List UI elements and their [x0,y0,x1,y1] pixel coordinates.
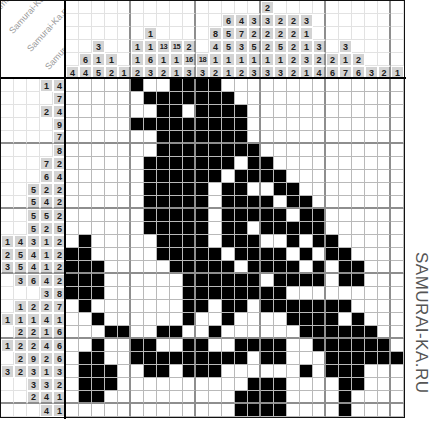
grid-cell-r8c20[interactable] [313,170,326,183]
grid-cell-r5c1[interactable] [66,131,79,144]
grid-cell-r3c13[interactable] [222,105,235,118]
grid-cell-r4c3[interactable] [92,118,105,131]
grid-cell-r2c7[interactable] [144,92,157,105]
grid-cell-r16c24[interactable] [365,274,378,287]
grid-cell-r2c10[interactable] [183,92,196,105]
grid-cell-r24c5[interactable] [118,378,131,391]
grid-cell-r21c25[interactable] [378,339,391,352]
grid-cell-r2c22[interactable] [339,92,352,105]
grid-cell-r11c5[interactable] [118,209,131,222]
grid-cell-r9c4[interactable] [105,183,118,196]
grid-cell-r23c5[interactable] [118,365,131,378]
grid-cell-r1c20[interactable] [313,79,326,92]
grid-cell-r10c13[interactable] [222,196,235,209]
grid-cell-r21c12[interactable] [209,339,222,352]
grid-cell-r5c17[interactable] [274,131,287,144]
grid-cell-r6c4[interactable] [105,144,118,157]
grid-cell-r3c18[interactable] [287,105,300,118]
grid-cell-r19c21[interactable] [326,313,339,326]
grid-cell-r16c19[interactable] [300,274,313,287]
grid-cell-r26c17[interactable] [274,404,287,417]
grid-cell-r23c8[interactable] [157,365,170,378]
grid-cell-r26c19[interactable] [300,404,313,417]
grid-cell-r18c9[interactable] [170,300,183,313]
grid-cell-r3c10[interactable] [183,105,196,118]
grid-cell-r14c8[interactable] [157,248,170,261]
grid-cell-r8c5[interactable] [118,170,131,183]
grid-cell-r5c26[interactable] [391,131,404,144]
grid-cell-r18c23[interactable] [352,300,365,313]
grid-cell-r25c22[interactable] [339,391,352,404]
grid-cell-r7c23[interactable] [352,157,365,170]
grid-cell-r21c2[interactable] [79,339,92,352]
grid-cell-r14c23[interactable] [352,248,365,261]
grid-cell-r12c3[interactable] [92,222,105,235]
grid-cell-r2c14[interactable] [235,92,248,105]
grid-cell-r15c7[interactable] [144,261,157,274]
grid-cell-r25c15[interactable] [248,391,261,404]
grid-cell-r22c21[interactable] [326,352,339,365]
grid-cell-r23c24[interactable] [365,365,378,378]
grid-cell-r25c21[interactable] [326,391,339,404]
grid-cell-r10c25[interactable] [378,196,391,209]
grid-cell-r17c12[interactable] [209,287,222,300]
grid-cell-r23c20[interactable] [313,365,326,378]
grid-cell-r8c24[interactable] [365,170,378,183]
grid-cell-r25c16[interactable] [261,391,274,404]
grid-cell-r25c5[interactable] [118,391,131,404]
grid-cell-r4c9[interactable] [170,118,183,131]
grid-cell-r23c14[interactable] [235,365,248,378]
grid-cell-r3c25[interactable] [378,105,391,118]
grid-cell-r13c8[interactable] [157,235,170,248]
grid-cell-r10c23[interactable] [352,196,365,209]
grid-cell-r22c7[interactable] [144,352,157,365]
grid-cell-r22c19[interactable] [300,352,313,365]
grid-cell-r3c20[interactable] [313,105,326,118]
grid-cell-r21c22[interactable] [339,339,352,352]
grid-cell-r20c11[interactable] [196,326,209,339]
grid-cell-r18c21[interactable] [326,300,339,313]
grid-cell-r11c12[interactable] [209,209,222,222]
grid-cell-r17c4[interactable] [105,287,118,300]
grid-cell-r17c25[interactable] [378,287,391,300]
grid-cell-r15c15[interactable] [248,261,261,274]
grid-cell-r17c24[interactable] [365,287,378,300]
grid-cell-r17c7[interactable] [144,287,157,300]
grid-cell-r3c3[interactable] [92,105,105,118]
grid-cell-r1c26[interactable] [391,79,404,92]
grid-cell-r4c26[interactable] [391,118,404,131]
grid-cell-r26c18[interactable] [287,404,300,417]
grid-cell-r14c7[interactable] [144,248,157,261]
grid-cell-r1c9[interactable] [170,79,183,92]
grid-cell-r15c13[interactable] [222,261,235,274]
grid-cell-r8c8[interactable] [157,170,170,183]
grid-cell-r11c4[interactable] [105,209,118,222]
grid-cell-r9c21[interactable] [326,183,339,196]
grid-cell-r26c20[interactable] [313,404,326,417]
grid-cell-r4c2[interactable] [79,118,92,131]
grid-cell-r18c26[interactable] [391,300,404,313]
grid-cell-r13c25[interactable] [378,235,391,248]
grid-cell-r6c24[interactable] [365,144,378,157]
grid-cell-r5c21[interactable] [326,131,339,144]
grid-cell-r19c7[interactable] [144,313,157,326]
grid-cell-r14c19[interactable] [300,248,313,261]
grid-cell-r16c11[interactable] [196,274,209,287]
grid-cell-r24c1[interactable] [66,378,79,391]
grid-cell-r17c11[interactable] [196,287,209,300]
grid-cell-r3c7[interactable] [144,105,157,118]
grid-cell-r9c22[interactable] [339,183,352,196]
grid-cell-r25c12[interactable] [209,391,222,404]
grid-cell-r5c24[interactable] [365,131,378,144]
grid-cell-r16c22[interactable] [339,274,352,287]
grid-cell-r10c7[interactable] [144,196,157,209]
grid-cell-r3c21[interactable] [326,105,339,118]
grid-cell-r10c14[interactable] [235,196,248,209]
grid-cell-r12c6[interactable] [131,222,144,235]
grid-cell-r16c14[interactable] [235,274,248,287]
grid-cell-r9c18[interactable] [287,183,300,196]
grid-cell-r21c5[interactable] [118,339,131,352]
grid-cell-r12c25[interactable] [378,222,391,235]
grid-cell-r3c23[interactable] [352,105,365,118]
grid-cell-r24c19[interactable] [300,378,313,391]
grid-cell-r22c16[interactable] [261,352,274,365]
grid-cell-r13c17[interactable] [274,235,287,248]
grid-cell-r6c10[interactable] [183,144,196,157]
grid-cell-r17c16[interactable] [261,287,274,300]
grid-cell-r18c4[interactable] [105,300,118,313]
grid-cell-r22c15[interactable] [248,352,261,365]
grid-cell-r12c1[interactable] [66,222,79,235]
grid-cell-r16c13[interactable] [222,274,235,287]
grid-cell-r21c23[interactable] [352,339,365,352]
grid-cell-r16c18[interactable] [287,274,300,287]
grid-cell-r10c11[interactable] [196,196,209,209]
grid-cell-r16c25[interactable] [378,274,391,287]
grid-cell-r13c10[interactable] [183,235,196,248]
grid-cell-r20c7[interactable] [144,326,157,339]
grid-cell-r5c8[interactable] [157,131,170,144]
grid-cell-r10c6[interactable] [131,196,144,209]
grid-cell-r15c24[interactable] [365,261,378,274]
grid-cell-r9c1[interactable] [66,183,79,196]
grid-cell-r14c12[interactable] [209,248,222,261]
grid-cell-r3c16[interactable] [261,105,274,118]
grid-cell-r21c24[interactable] [365,339,378,352]
grid-cell-r11c14[interactable] [235,209,248,222]
grid-cell-r21c9[interactable] [170,339,183,352]
grid-cell-r20c18[interactable] [287,326,300,339]
grid-cell-r18c24[interactable] [365,300,378,313]
grid-cell-r20c8[interactable] [157,326,170,339]
grid-cell-r3c6[interactable] [131,105,144,118]
grid-cell-r24c4[interactable] [105,378,118,391]
grid-cell-r3c26[interactable] [391,105,404,118]
grid-cell-r12c17[interactable] [274,222,287,235]
grid-cell-r14c21[interactable] [326,248,339,261]
grid-cell-r18c18[interactable] [287,300,300,313]
grid-cell-r20c6[interactable] [131,326,144,339]
grid-cell-r3c2[interactable] [79,105,92,118]
grid-cell-r4c5[interactable] [118,118,131,131]
grid-cell-r26c11[interactable] [196,404,209,417]
grid-cell-r4c25[interactable] [378,118,391,131]
grid-cell-r24c24[interactable] [365,378,378,391]
grid-cell-r19c3[interactable] [92,313,105,326]
grid-cell-r1c1[interactable] [66,79,79,92]
grid-cell-r9c19[interactable] [300,183,313,196]
grid-cell-r12c5[interactable] [118,222,131,235]
grid-cell-r1c2[interactable] [79,79,92,92]
grid-cell-r19c23[interactable] [352,313,365,326]
grid-cell-r3c1[interactable] [66,105,79,118]
grid-cell-r17c8[interactable] [157,287,170,300]
grid-cell-r13c9[interactable] [170,235,183,248]
grid-cell-r21c3[interactable] [92,339,105,352]
grid-cell-r24c18[interactable] [287,378,300,391]
grid-cell-r21c8[interactable] [157,339,170,352]
grid-cell-r26c23[interactable] [352,404,365,417]
grid-cell-r4c1[interactable] [66,118,79,131]
grid-cell-r12c13[interactable] [222,222,235,235]
grid-cell-r26c10[interactable] [183,404,196,417]
grid-cell-r13c2[interactable] [79,235,92,248]
grid-cell-r6c7[interactable] [144,144,157,157]
grid-cell-r2c5[interactable] [118,92,131,105]
grid-cell-r7c14[interactable] [235,157,248,170]
grid-cell-r26c7[interactable] [144,404,157,417]
grid-cell-r18c14[interactable] [235,300,248,313]
grid-cell-r16c20[interactable] [313,274,326,287]
grid-cell-r7c1[interactable] [66,157,79,170]
grid-cell-r13c4[interactable] [105,235,118,248]
grid-cell-r11c9[interactable] [170,209,183,222]
grid-cell-r22c2[interactable] [79,352,92,365]
grid-cell-r8c1[interactable] [66,170,79,183]
grid-cell-r6c2[interactable] [79,144,92,157]
grid-cell-r8c23[interactable] [352,170,365,183]
grid-cell-r22c5[interactable] [118,352,131,365]
grid-cell-r20c21[interactable] [326,326,339,339]
grid-cell-r7c2[interactable] [79,157,92,170]
grid-cell-r11c16[interactable] [261,209,274,222]
grid-cell-r2c4[interactable] [105,92,118,105]
grid-cell-r13c6[interactable] [131,235,144,248]
grid-cell-r13c3[interactable] [92,235,105,248]
grid-cell-r20c16[interactable] [261,326,274,339]
grid-cell-r10c17[interactable] [274,196,287,209]
grid-cell-r21c14[interactable] [235,339,248,352]
grid-cell-r23c3[interactable] [92,365,105,378]
grid-cell-r5c3[interactable] [92,131,105,144]
grid-cell-r25c9[interactable] [170,391,183,404]
grid-cell-r23c17[interactable] [274,365,287,378]
grid-cell-r14c20[interactable] [313,248,326,261]
grid-cell-r10c19[interactable] [300,196,313,209]
grid-cell-r20c22[interactable] [339,326,352,339]
grid-cell-r26c22[interactable] [339,404,352,417]
grid-cell-r8c15[interactable] [248,170,261,183]
grid-cell-r22c11[interactable] [196,352,209,365]
grid-cell-r4c20[interactable] [313,118,326,131]
grid-cell-r8c19[interactable] [300,170,313,183]
grid-cell-r3c4[interactable] [105,105,118,118]
grid-cell-r6c5[interactable] [118,144,131,157]
grid-cell-r13c13[interactable] [222,235,235,248]
grid-cell-r22c20[interactable] [313,352,326,365]
grid-cell-r12c18[interactable] [287,222,300,235]
grid-cell-r6c6[interactable] [131,144,144,157]
grid-cell-r22c9[interactable] [170,352,183,365]
grid-cell-r18c3[interactable] [92,300,105,313]
grid-cell-r18c8[interactable] [157,300,170,313]
grid-cell-r21c6[interactable] [131,339,144,352]
grid-cell-r17c23[interactable] [352,287,365,300]
grid-cell-r3c5[interactable] [118,105,131,118]
grid-cell-r10c20[interactable] [313,196,326,209]
grid-cell-r23c18[interactable] [287,365,300,378]
grid-cell-r23c25[interactable] [378,365,391,378]
grid-cell-r11c7[interactable] [144,209,157,222]
grid-cell-r23c7[interactable] [144,365,157,378]
grid-cell-r9c14[interactable] [235,183,248,196]
grid-cell-r5c16[interactable] [261,131,274,144]
grid-cell-r16c17[interactable] [274,274,287,287]
grid-cell-r15c12[interactable] [209,261,222,274]
grid-cell-r8c26[interactable] [391,170,404,183]
grid-cell-r18c10[interactable] [183,300,196,313]
grid-cell-r19c1[interactable] [66,313,79,326]
grid-cell-r21c16[interactable] [261,339,274,352]
grid-cell-r13c5[interactable] [118,235,131,248]
grid-cell-r23c23[interactable] [352,365,365,378]
grid-cell-r7c20[interactable] [313,157,326,170]
grid-cell-r1c23[interactable] [352,79,365,92]
grid-cell-r5c11[interactable] [196,131,209,144]
grid-cell-r12c9[interactable] [170,222,183,235]
grid-cell-r4c10[interactable] [183,118,196,131]
grid-cell-r7c19[interactable] [300,157,313,170]
grid-cell-r2c17[interactable] [274,92,287,105]
grid-cell-r3c17[interactable] [274,105,287,118]
grid-cell-r15c14[interactable] [235,261,248,274]
grid-cell-r19c18[interactable] [287,313,300,326]
grid-cell-r18c13[interactable] [222,300,235,313]
grid-cell-r21c19[interactable] [300,339,313,352]
grid-cell-r23c9[interactable] [170,365,183,378]
grid-cell-r16c6[interactable] [131,274,144,287]
grid-cell-r22c10[interactable] [183,352,196,365]
grid-cell-r9c7[interactable] [144,183,157,196]
puzzle-grid[interactable] [66,79,404,417]
grid-cell-r9c23[interactable] [352,183,365,196]
grid-cell-r24c26[interactable] [391,378,404,391]
grid-cell-r23c21[interactable] [326,365,339,378]
grid-cell-r18c7[interactable] [144,300,157,313]
grid-cell-r18c6[interactable] [131,300,144,313]
grid-cell-r6c14[interactable] [235,144,248,157]
grid-cell-r2c21[interactable] [326,92,339,105]
grid-cell-r5c2[interactable] [79,131,92,144]
grid-cell-r7c21[interactable] [326,157,339,170]
grid-cell-r13c22[interactable] [339,235,352,248]
grid-cell-r14c22[interactable] [339,248,352,261]
grid-cell-r15c3[interactable] [92,261,105,274]
grid-cell-r12c21[interactable] [326,222,339,235]
grid-cell-r6c26[interactable] [391,144,404,157]
grid-cell-r8c12[interactable] [209,170,222,183]
grid-cell-r13c21[interactable] [326,235,339,248]
grid-cell-r17c13[interactable] [222,287,235,300]
grid-cell-r9c6[interactable] [131,183,144,196]
grid-cell-r7c16[interactable] [261,157,274,170]
grid-cell-r17c18[interactable] [287,287,300,300]
grid-cell-r21c20[interactable] [313,339,326,352]
grid-cell-r8c18[interactable] [287,170,300,183]
grid-cell-r5c7[interactable] [144,131,157,144]
grid-cell-r7c10[interactable] [183,157,196,170]
grid-cell-r19c6[interactable] [131,313,144,326]
grid-cell-r17c3[interactable] [92,287,105,300]
grid-cell-r17c17[interactable] [274,287,287,300]
grid-cell-r15c22[interactable] [339,261,352,274]
grid-cell-r4c11[interactable] [196,118,209,131]
grid-cell-r19c26[interactable] [391,313,404,326]
grid-cell-r21c17[interactable] [274,339,287,352]
grid-cell-r20c15[interactable] [248,326,261,339]
grid-cell-r3c8[interactable] [157,105,170,118]
grid-cell-r25c23[interactable] [352,391,365,404]
grid-cell-r22c14[interactable] [235,352,248,365]
grid-cell-r6c19[interactable] [300,144,313,157]
grid-cell-r19c5[interactable] [118,313,131,326]
grid-cell-r16c3[interactable] [92,274,105,287]
grid-cell-r16c12[interactable] [209,274,222,287]
grid-cell-r19c4[interactable] [105,313,118,326]
grid-cell-r24c3[interactable] [92,378,105,391]
grid-cell-r9c16[interactable] [261,183,274,196]
grid-cell-r15c17[interactable] [274,261,287,274]
grid-cell-r1c8[interactable] [157,79,170,92]
grid-cell-r12c11[interactable] [196,222,209,235]
grid-cell-r26c25[interactable] [378,404,391,417]
grid-cell-r15c20[interactable] [313,261,326,274]
grid-cell-r25c14[interactable] [235,391,248,404]
grid-cell-r25c26[interactable] [391,391,404,404]
grid-cell-r12c15[interactable] [248,222,261,235]
grid-cell-r10c22[interactable] [339,196,352,209]
grid-cell-r26c16[interactable] [261,404,274,417]
grid-cell-r25c4[interactable] [105,391,118,404]
grid-cell-r14c5[interactable] [118,248,131,261]
grid-cell-r1c10[interactable] [183,79,196,92]
grid-cell-r17c21[interactable] [326,287,339,300]
grid-cell-r8c17[interactable] [274,170,287,183]
grid-cell-r21c21[interactable] [326,339,339,352]
grid-cell-r18c22[interactable] [339,300,352,313]
grid-cell-r9c15[interactable] [248,183,261,196]
grid-cell-r12c2[interactable] [79,222,92,235]
grid-cell-r3c14[interactable] [235,105,248,118]
grid-cell-r6c9[interactable] [170,144,183,157]
grid-cell-r15c16[interactable] [261,261,274,274]
grid-cell-r5c23[interactable] [352,131,365,144]
grid-cell-r25c18[interactable] [287,391,300,404]
